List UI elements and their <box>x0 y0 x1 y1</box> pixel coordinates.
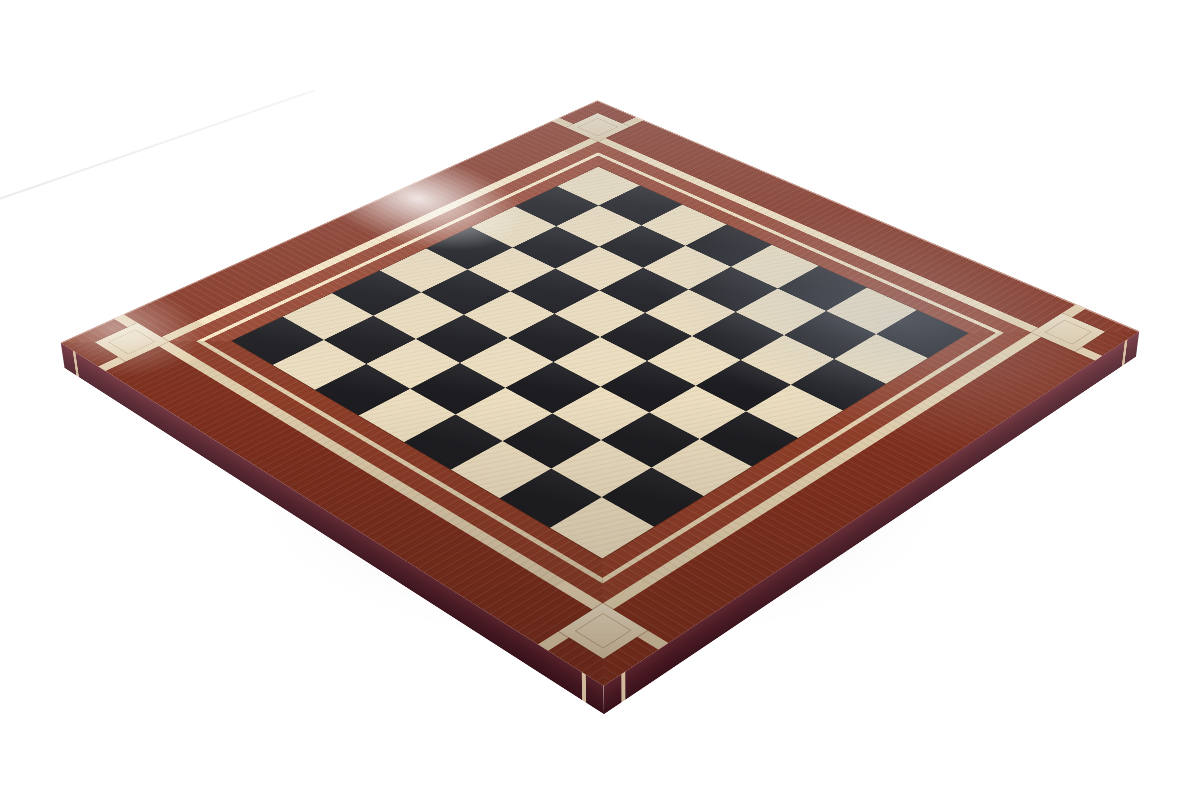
square-d3 <box>460 338 554 388</box>
camera-tilt <box>0 0 1200 800</box>
photo-backdrop <box>0 0 1200 800</box>
square-f4 <box>601 361 696 412</box>
square-e3 <box>505 362 600 413</box>
square-f2 <box>503 413 602 468</box>
square-b1 <box>273 340 367 390</box>
square-g3 <box>601 412 700 467</box>
square-g5 <box>696 360 791 411</box>
square-f1 <box>451 441 551 498</box>
square-f5 <box>647 336 741 386</box>
corner-maple-block-near <box>559 603 647 658</box>
square-h6 <box>791 359 886 410</box>
square-g2 <box>551 440 651 497</box>
square-c1 <box>315 364 410 416</box>
corner-inlay-stripe <box>556 581 669 650</box>
square-h2 <box>602 468 704 527</box>
side-corner-pinstripe <box>73 350 79 377</box>
square-h5 <box>746 385 843 438</box>
corner-inlay-stripe <box>538 580 649 650</box>
corner-block-seam <box>578 118 619 136</box>
square-d1 <box>359 389 456 442</box>
side-corner-pinstripe <box>582 672 586 703</box>
square-h4 <box>700 411 799 466</box>
border-near-left-strip <box>61 298 705 686</box>
side-corner-pinstripe <box>621 671 625 702</box>
square-h7 <box>834 334 928 384</box>
square-g6 <box>741 335 835 385</box>
perspective-scene <box>0 0 1200 800</box>
board-top-face <box>61 100 1139 685</box>
square-c2 <box>366 339 460 389</box>
square-f3 <box>552 387 649 440</box>
square-h1 <box>550 497 654 558</box>
corner-block-seam <box>1045 320 1092 345</box>
square-g1 <box>500 469 602 528</box>
border-near-right-strip <box>501 289 1139 686</box>
corner-block-seam <box>575 613 632 649</box>
corner-block-seam <box>108 330 155 355</box>
square-e4 <box>553 337 647 387</box>
square-e2 <box>456 388 553 441</box>
square-h3 <box>652 439 752 496</box>
square-e1 <box>404 414 503 469</box>
square-d2 <box>410 363 505 415</box>
chess-board <box>61 100 1139 685</box>
side-corner-pinstripe <box>1122 339 1128 366</box>
square-g4 <box>649 386 746 439</box>
